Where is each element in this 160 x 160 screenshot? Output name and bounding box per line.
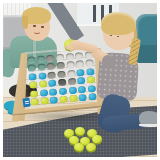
hole <box>88 85 97 93</box>
girl-hair <box>101 12 136 35</box>
window-mullion <box>93 5 96 22</box>
hole <box>76 60 85 68</box>
disc-blue <box>28 73 37 81</box>
hole <box>30 98 39 106</box>
hole <box>28 73 37 81</box>
disc-yellow <box>59 96 68 104</box>
hole <box>65 52 74 60</box>
hole <box>87 76 96 84</box>
disc-blue <box>88 93 97 101</box>
hole <box>29 81 38 89</box>
disc-yellow <box>39 80 48 88</box>
hole <box>59 87 68 95</box>
disc-blue <box>79 94 88 102</box>
hole <box>36 55 45 63</box>
disc-blue <box>48 80 57 88</box>
hole <box>77 77 86 85</box>
disc-yellow <box>87 76 96 84</box>
hole <box>88 93 97 101</box>
hole <box>85 59 94 67</box>
disc-yellow <box>69 95 78 103</box>
scene <box>3 3 157 157</box>
disc-blue <box>78 85 87 93</box>
hole <box>49 88 58 96</box>
hole <box>69 95 78 103</box>
hole <box>38 72 47 80</box>
hole <box>27 56 36 64</box>
girl-sneaker <box>139 111 157 127</box>
hole <box>68 78 77 86</box>
hole <box>46 54 55 62</box>
disc-yellow <box>30 98 39 106</box>
hole <box>68 86 77 94</box>
boy-hair <box>22 16 28 29</box>
disc-blue <box>59 87 68 95</box>
hole <box>30 90 39 98</box>
hole <box>56 53 65 61</box>
hole <box>67 69 76 77</box>
hole <box>39 80 48 88</box>
hole <box>48 80 57 88</box>
disc-blue <box>68 86 77 94</box>
hole <box>78 85 87 93</box>
hole <box>57 70 66 78</box>
brand-logo-sticker <box>22 98 30 108</box>
hole <box>66 61 75 69</box>
disc-yellow <box>29 81 38 89</box>
hole <box>77 69 86 77</box>
disc-blue <box>38 72 47 80</box>
hole <box>56 62 65 70</box>
boy-smile <box>34 30 40 34</box>
hole <box>75 52 84 60</box>
hole <box>79 94 88 102</box>
boy-eye <box>33 25 36 27</box>
disc-blue <box>86 68 95 76</box>
disc-blue <box>88 85 97 93</box>
hole <box>37 63 46 71</box>
disc-blue <box>77 69 86 77</box>
hole <box>40 97 49 105</box>
hole <box>39 89 48 97</box>
boy-eye <box>41 26 44 28</box>
hole <box>58 79 67 87</box>
hole <box>59 96 68 104</box>
hole <box>86 68 95 76</box>
hole <box>27 64 36 72</box>
disc-blue <box>50 96 59 104</box>
disc-blue <box>77 77 86 85</box>
hole <box>50 96 59 104</box>
disc-yellow <box>40 97 49 105</box>
board-grid <box>26 50 98 107</box>
photo <box>0 0 160 160</box>
disc-yellow <box>30 90 39 98</box>
hole <box>48 71 57 79</box>
disc-blue <box>39 89 48 97</box>
hole <box>47 63 56 71</box>
disc-blue <box>49 88 58 96</box>
